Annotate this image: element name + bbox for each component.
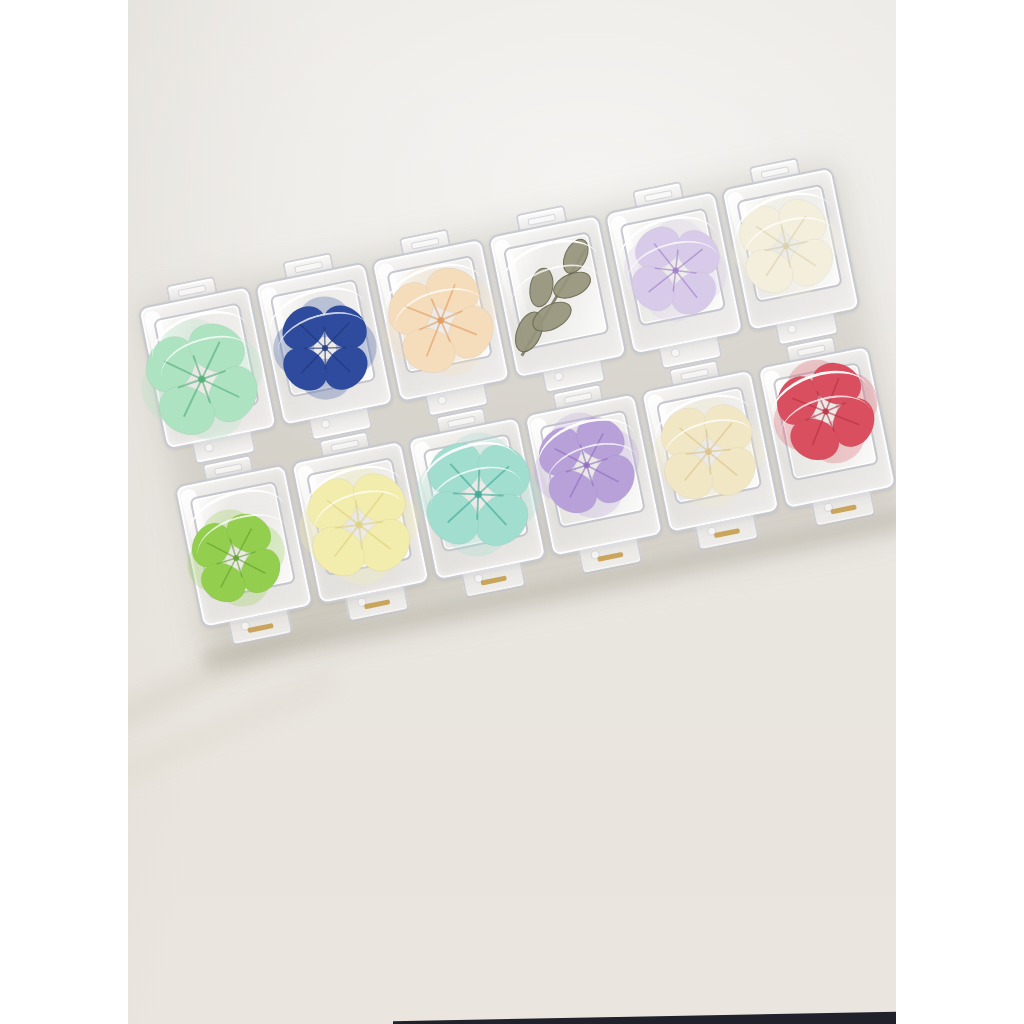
compartment-case [487, 214, 628, 380]
compartment-case [757, 345, 896, 511]
photo-area [128, 0, 896, 1024]
compartment-case [137, 285, 278, 451]
lid-window [736, 184, 843, 303]
left-white-bar [0, 0, 128, 1024]
lid-window [539, 409, 646, 528]
gold-latch-pin [714, 528, 740, 538]
lid-window [619, 207, 726, 326]
gold-latch-pin [364, 600, 390, 610]
lid-window [772, 362, 879, 481]
lid-window [503, 231, 610, 350]
gold-latch-pin [481, 576, 507, 586]
lid-window [153, 302, 260, 421]
right-white-bar [896, 0, 1024, 1024]
lid-window [422, 433, 529, 552]
dried-flower-icon [712, 173, 859, 320]
lid-window [306, 457, 413, 576]
dried-flower-icon [472, 220, 632, 380]
gold-latch-pin [830, 505, 856, 515]
screenshot-root [0, 0, 1024, 1024]
lid-window [656, 386, 763, 505]
lid-window [189, 481, 296, 600]
gold-latch-pin [597, 552, 623, 562]
gold-latch-pin [247, 623, 273, 633]
